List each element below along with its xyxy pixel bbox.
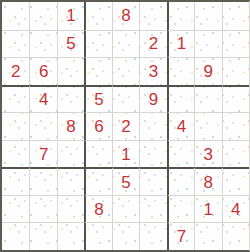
cell-r4c6[interactable]: 9 — [139, 85, 166, 113]
cell-r8c6[interactable] — [139, 195, 166, 223]
cell-r3c3[interactable] — [57, 57, 84, 85]
cell-r8c7[interactable] — [167, 195, 194, 223]
cell-r7c7[interactable] — [167, 167, 194, 195]
cell-r3c7[interactable] — [167, 57, 194, 85]
cell-r4c2[interactable]: 4 — [29, 85, 56, 113]
cell-r4c5[interactable] — [112, 85, 139, 113]
cell-r6c5[interactable]: 1 — [112, 140, 139, 168]
cell-r3c9[interactable] — [222, 57, 249, 85]
cell-r6c3[interactable] — [57, 140, 84, 168]
cell-r1c3[interactable]: 1 — [57, 2, 84, 30]
cell-r8c1[interactable] — [2, 195, 29, 223]
cell-r4c4[interactable]: 5 — [84, 85, 111, 113]
cell-r2c2[interactable] — [29, 30, 56, 58]
cell-r4c1[interactable] — [2, 85, 29, 113]
cell-r4c9[interactable] — [222, 85, 249, 113]
cell-r5c4[interactable]: 6 — [84, 112, 111, 140]
cell-r2c6[interactable]: 2 — [139, 30, 166, 58]
cell-r4c7[interactable] — [167, 85, 194, 113]
cell-r9c5[interactable] — [112, 222, 139, 250]
cell-r2c5[interactable] — [112, 30, 139, 58]
cell-r2c1[interactable] — [2, 30, 29, 58]
cell-r9c8[interactable] — [194, 222, 221, 250]
cell-r3c8[interactable]: 9 — [194, 57, 221, 85]
cell-r7c2[interactable] — [29, 167, 56, 195]
cell-r8c2[interactable] — [29, 195, 56, 223]
cell-r7c4[interactable] — [84, 167, 111, 195]
cell-r1c6[interactable] — [139, 2, 166, 30]
cell-r3c2[interactable]: 6 — [29, 57, 56, 85]
cell-r9c4[interactable] — [84, 222, 111, 250]
cell-r1c8[interactable] — [194, 2, 221, 30]
cell-r5c8[interactable] — [194, 112, 221, 140]
cell-r7c6[interactable] — [139, 167, 166, 195]
cell-r9c9[interactable] — [222, 222, 249, 250]
cell-r7c5[interactable]: 5 — [112, 167, 139, 195]
cell-r1c7[interactable] — [167, 2, 194, 30]
cell-r6c8[interactable]: 3 — [194, 140, 221, 168]
cell-r7c9[interactable] — [222, 167, 249, 195]
cell-r3c6[interactable]: 3 — [139, 57, 166, 85]
cell-r8c3[interactable] — [57, 195, 84, 223]
cell-r8c5[interactable] — [112, 195, 139, 223]
cell-r3c1[interactable]: 2 — [2, 57, 29, 85]
cell-r8c4[interactable]: 8 — [84, 195, 111, 223]
cell-r8c8[interactable]: 1 — [194, 195, 221, 223]
cell-r1c1[interactable] — [2, 2, 29, 30]
cell-r1c9[interactable] — [222, 2, 249, 30]
cell-r6c2[interactable]: 7 — [29, 140, 56, 168]
cell-r2c3[interactable]: 5 — [57, 30, 84, 58]
cell-r1c4[interactable] — [84, 2, 111, 30]
cell-r6c9[interactable] — [222, 140, 249, 168]
cell-r7c8[interactable]: 8 — [194, 167, 221, 195]
cell-r2c7[interactable]: 1 — [167, 30, 194, 58]
cell-r1c5[interactable]: 8 — [112, 2, 139, 30]
cell-r5c9[interactable] — [222, 112, 249, 140]
cell-r5c7[interactable]: 4 — [167, 112, 194, 140]
cell-r9c7[interactable]: 7 — [167, 222, 194, 250]
cell-r6c6[interactable] — [139, 140, 166, 168]
cell-r2c4[interactable] — [84, 30, 111, 58]
cell-r3c5[interactable] — [112, 57, 139, 85]
cell-r5c6[interactable] — [139, 112, 166, 140]
cell-r9c2[interactable] — [29, 222, 56, 250]
cell-r2c9[interactable] — [222, 30, 249, 58]
cell-r9c6[interactable] — [139, 222, 166, 250]
cell-r4c3[interactable] — [57, 85, 84, 113]
cell-r9c3[interactable] — [57, 222, 84, 250]
cell-r2c8[interactable] — [194, 30, 221, 58]
cell-r5c2[interactable] — [29, 112, 56, 140]
cell-r6c4[interactable] — [84, 140, 111, 168]
cell-r7c3[interactable] — [57, 167, 84, 195]
cell-r4c8[interactable] — [194, 85, 221, 113]
cell-r5c3[interactable]: 8 — [57, 112, 84, 140]
cell-r8c9[interactable]: 4 — [222, 195, 249, 223]
cell-r6c1[interactable] — [2, 140, 29, 168]
sudoku-board: 1852126394598624713588147 — [0, 0, 250, 252]
cell-r6c7[interactable] — [167, 140, 194, 168]
cell-r3c4[interactable] — [84, 57, 111, 85]
cell-r5c5[interactable]: 2 — [112, 112, 139, 140]
cell-r1c2[interactable] — [29, 2, 56, 30]
cell-r9c1[interactable] — [2, 222, 29, 250]
cell-r5c1[interactable] — [2, 112, 29, 140]
cell-r7c1[interactable] — [2, 167, 29, 195]
